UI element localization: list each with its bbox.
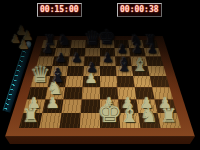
white-clock: 00:15:00 [37,3,82,17]
piece-black-pawn[interactable]: ♟ [43,44,54,56]
white-clock-time: 00:15:00 [40,5,79,14]
piece-black-pawn[interactable]: ♟ [102,52,113,64]
tray-white-pawn: ♟ [19,39,30,51]
piece-white-knight[interactable]: ♞ [141,106,158,126]
piece-black-pawn[interactable]: ♟ [56,52,67,64]
piece-white-bishop[interactable]: ♝ [120,104,140,126]
piece-black-king[interactable]: ♚ [98,27,116,47]
piece-black-knight[interactable]: ♞ [58,33,71,47]
piece-black-bishop[interactable]: ♝ [116,57,133,75]
black-clock-time: 00:00:38 [120,5,159,14]
piece-white-rook[interactable]: ♜ [23,107,40,126]
piece-white-rook[interactable]: ♜ [161,107,178,126]
chess-game-scene: 00:15:00 00:00:38 ♜♞♛♚♞♜♟♟♟♟♟♟♟♟♝♝♛♝♟♞♟♟… [0,0,200,150]
piece-white-pawn[interactable]: ♟ [47,96,60,111]
piece-white-king[interactable]: ♚ [98,99,122,126]
piece-black-pawn[interactable]: ♟ [71,52,82,64]
piece-white-pawn[interactable]: ♟ [85,72,97,85]
piece-white-bishop[interactable]: ♝ [132,57,149,75]
black-clock: 00:00:38 [117,3,162,17]
chess-board[interactable]: ♜♞♛♚♞♜♟♟♟♟♟♟♟♟♝♝♛♝♟♞♟♟♟♟♟♟♜♚♝♞♜ [0,0,200,150]
